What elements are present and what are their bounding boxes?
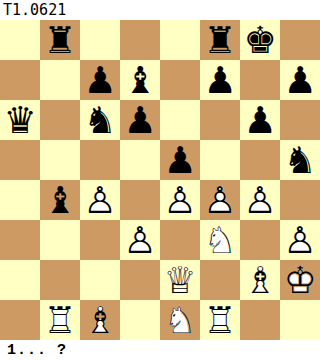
piece-white-king-fill: ♚: [280, 260, 320, 300]
piece-white-king: ♔: [280, 260, 320, 300]
square-d8[interactable]: [120, 20, 160, 60]
square-g5[interactable]: [240, 140, 280, 180]
square-g7[interactable]: [240, 60, 280, 100]
square-a1[interactable]: [0, 300, 40, 340]
square-b6[interactable]: [40, 100, 80, 140]
square-g8[interactable]: ♚: [240, 20, 280, 60]
piece-black-pawn: ♟: [160, 140, 200, 180]
piece-white-pawn-fill: ♟: [160, 180, 200, 220]
square-h6[interactable]: [280, 100, 320, 140]
square-h7[interactable]: ♟: [280, 60, 320, 100]
piece-black-king: ♚: [240, 20, 280, 60]
piece-white-rook: ♖: [40, 300, 80, 340]
piece-white-bishop: ♗: [240, 260, 280, 300]
piece-white-rook: ♖: [200, 300, 240, 340]
piece-white-bishop-fill: ♝: [80, 300, 120, 340]
square-f3[interactable]: ♞♘: [200, 220, 240, 260]
square-f7[interactable]: ♟: [200, 60, 240, 100]
square-g4[interactable]: ♟♙: [240, 180, 280, 220]
square-g1[interactable]: [240, 300, 280, 340]
square-h5[interactable]: ♞: [280, 140, 320, 180]
square-d1[interactable]: [120, 300, 160, 340]
piece-black-bishop: ♝: [120, 60, 160, 100]
square-c8[interactable]: [80, 20, 120, 60]
square-g2[interactable]: ♝♗: [240, 260, 280, 300]
square-c2[interactable]: [80, 260, 120, 300]
square-b5[interactable]: [40, 140, 80, 180]
square-b4[interactable]: ♝: [40, 180, 80, 220]
piece-white-pawn: ♙: [160, 180, 200, 220]
piece-black-pawn: ♟: [240, 100, 280, 140]
chess-board: ♜♜♚♟♝♟♟♛♞♟♟♟♞♝♟♙♟♙♟♙♟♙♟♙♞♘♟♙♛♕♝♗♚♔♜♖♝♗♞♘…: [0, 20, 320, 340]
square-b2[interactable]: [40, 260, 80, 300]
square-e6[interactable]: [160, 100, 200, 140]
piece-white-queen-fill: ♛: [160, 260, 200, 300]
square-b3[interactable]: [40, 220, 80, 260]
piece-black-knight: ♞: [280, 140, 320, 180]
square-d7[interactable]: ♝: [120, 60, 160, 100]
square-f1[interactable]: ♜♖: [200, 300, 240, 340]
piece-white-knight-fill: ♞: [200, 220, 240, 260]
piece-white-pawn: ♙: [200, 180, 240, 220]
piece-white-knight-fill: ♞: [160, 300, 200, 340]
square-d6[interactable]: ♟: [120, 100, 160, 140]
piece-white-pawn-fill: ♟: [240, 180, 280, 220]
piece-white-knight: ♘: [160, 300, 200, 340]
square-f4[interactable]: ♟♙: [200, 180, 240, 220]
chess-puzzle-window: T1.0621 ♜♜♚♟♝♟♟♛♞♟♟♟♞♝♟♙♟♙♟♙♟♙♟♙♞♘♟♙♛♕♝♗…: [0, 0, 320, 360]
piece-black-rook: ♜: [40, 20, 80, 60]
square-d4[interactable]: [120, 180, 160, 220]
piece-black-knight: ♞: [80, 100, 120, 140]
piece-black-pawn: ♟: [200, 60, 240, 100]
square-a8[interactable]: [0, 20, 40, 60]
square-a4[interactable]: [0, 180, 40, 220]
piece-white-rook-fill: ♜: [40, 300, 80, 340]
square-c1[interactable]: ♝♗: [80, 300, 120, 340]
square-h4[interactable]: [280, 180, 320, 220]
piece-white-rook-fill: ♜: [200, 300, 240, 340]
square-e2[interactable]: ♛♕: [160, 260, 200, 300]
square-c7[interactable]: ♟: [80, 60, 120, 100]
square-c6[interactable]: ♞: [80, 100, 120, 140]
piece-black-pawn: ♟: [80, 60, 120, 100]
piece-white-pawn-fill: ♟: [200, 180, 240, 220]
square-h8[interactable]: [280, 20, 320, 60]
square-a2[interactable]: [0, 260, 40, 300]
square-a5[interactable]: [0, 140, 40, 180]
square-c4[interactable]: ♟♙: [80, 180, 120, 220]
square-h3[interactable]: ♟♙: [280, 220, 320, 260]
square-c3[interactable]: [80, 220, 120, 260]
square-a6[interactable]: ♛: [0, 100, 40, 140]
piece-white-pawn: ♙: [280, 220, 320, 260]
puzzle-id: T1.0621: [0, 0, 320, 20]
piece-black-pawn: ♟: [120, 100, 160, 140]
square-e3[interactable]: [160, 220, 200, 260]
piece-white-pawn: ♙: [120, 220, 160, 260]
piece-black-pawn: ♟: [280, 60, 320, 100]
square-e8[interactable]: [160, 20, 200, 60]
piece-black-queen: ♛: [0, 100, 40, 140]
square-e5[interactable]: ♟: [160, 140, 200, 180]
square-f6[interactable]: [200, 100, 240, 140]
piece-black-bishop: ♝: [40, 180, 80, 220]
piece-white-pawn-fill: ♟: [80, 180, 120, 220]
square-b7[interactable]: [40, 60, 80, 100]
square-g3[interactable]: [240, 220, 280, 260]
piece-white-bishop: ♗: [80, 300, 120, 340]
piece-white-knight: ♘: [200, 220, 240, 260]
square-g6[interactable]: ♟: [240, 100, 280, 140]
square-c5[interactable]: [80, 140, 120, 180]
square-d2[interactable]: [120, 260, 160, 300]
square-f5[interactable]: [200, 140, 240, 180]
square-e4[interactable]: ♟♙: [160, 180, 200, 220]
piece-white-pawn-fill: ♟: [120, 220, 160, 260]
square-d5[interactable]: [120, 140, 160, 180]
square-f2[interactable]: [200, 260, 240, 300]
square-f8[interactable]: ♜: [200, 20, 240, 60]
square-e1[interactable]: ♞♘: [160, 300, 200, 340]
square-a3[interactable]: [0, 220, 40, 260]
square-d3[interactable]: ♟♙: [120, 220, 160, 260]
piece-white-pawn: ♙: [240, 180, 280, 220]
piece-white-pawn-fill: ♟: [280, 220, 320, 260]
piece-black-rook: ♜: [200, 20, 240, 60]
square-a7[interactable]: [0, 60, 40, 100]
piece-white-bishop-fill: ♝: [240, 260, 280, 300]
square-b8[interactable]: ♜: [40, 20, 80, 60]
square-h1[interactable]: [280, 300, 320, 340]
move-prompt: 1... ?: [0, 340, 320, 360]
square-b1[interactable]: ♜♖: [40, 300, 80, 340]
square-e7[interactable]: [160, 60, 200, 100]
square-h2[interactable]: ♚♔: [280, 260, 320, 300]
piece-white-pawn: ♙: [80, 180, 120, 220]
piece-white-queen: ♕: [160, 260, 200, 300]
